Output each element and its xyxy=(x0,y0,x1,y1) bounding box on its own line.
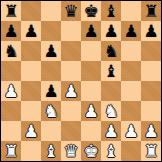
white-bishop-icon[interactable]: ♝ xyxy=(43,143,58,160)
square-b2[interactable]: ♟ xyxy=(21,121,41,141)
square-f6[interactable]: ♞ xyxy=(101,41,121,61)
square-f2[interactable]: ♟ xyxy=(101,121,121,141)
square-b5[interactable] xyxy=(21,61,41,81)
black-knight-icon[interactable]: ♞ xyxy=(103,43,118,60)
white-pawn-icon[interactable]: ♟ xyxy=(83,103,98,120)
square-h4[interactable] xyxy=(141,81,161,101)
square-d3[interactable] xyxy=(61,101,81,121)
square-e8[interactable]: ♚ xyxy=(81,1,101,21)
square-c6[interactable]: ♟ xyxy=(41,41,61,61)
black-pawn-icon[interactable]: ♟ xyxy=(123,23,138,40)
black-queen-icon[interactable]: ♛ xyxy=(63,3,78,20)
square-a4[interactable]: ♟ xyxy=(1,81,21,101)
black-pawn-icon[interactable]: ♟ xyxy=(43,83,58,100)
square-c3[interactable]: ♞ xyxy=(41,101,61,121)
white-king-icon[interactable]: ♚ xyxy=(83,143,98,160)
square-g4[interactable] xyxy=(121,81,141,101)
square-h7[interactable]: ♟ xyxy=(141,21,161,41)
square-a3[interactable] xyxy=(1,101,21,121)
square-g7[interactable]: ♟ xyxy=(121,21,141,41)
square-f4[interactable] xyxy=(101,81,121,101)
square-h3[interactable] xyxy=(141,101,161,121)
square-g6[interactable] xyxy=(121,41,141,61)
square-d5[interactable] xyxy=(61,61,81,81)
square-g3[interactable] xyxy=(121,101,141,121)
square-f1[interactable]: ♝ xyxy=(101,141,121,161)
square-f8[interactable]: ♝ xyxy=(101,1,121,21)
black-bishop-icon[interactable]: ♝ xyxy=(103,3,118,20)
square-h6[interactable] xyxy=(141,41,161,61)
black-rook-icon[interactable]: ♜ xyxy=(143,3,158,20)
black-pawn-icon[interactable]: ♟ xyxy=(43,43,58,60)
square-f5[interactable]: ♝ xyxy=(101,61,121,81)
square-d7[interactable] xyxy=(61,21,81,41)
square-b6[interactable] xyxy=(21,41,41,61)
square-a7[interactable]: ♟ xyxy=(1,21,21,41)
black-king-icon[interactable]: ♚ xyxy=(83,3,98,20)
white-pawn-icon[interactable]: ♟ xyxy=(3,83,18,100)
white-pawn-icon[interactable]: ♟ xyxy=(23,123,38,140)
square-e6[interactable] xyxy=(81,41,101,61)
white-queen-icon[interactable]: ♛ xyxy=(63,143,78,160)
black-pawn-icon[interactable]: ♟ xyxy=(3,23,18,40)
black-pawn-icon[interactable]: ♟ xyxy=(143,23,158,40)
square-d2[interactable] xyxy=(61,121,81,141)
square-d4[interactable]: ♟ xyxy=(61,81,81,101)
black-knight-icon[interactable]: ♞ xyxy=(3,43,18,60)
black-pawn-icon[interactable]: ♟ xyxy=(23,23,38,40)
square-e7[interactable]: ♟ xyxy=(81,21,101,41)
square-g2[interactable]: ♟ xyxy=(121,121,141,141)
black-bishop-icon[interactable]: ♝ xyxy=(103,63,118,80)
black-rook-icon[interactable]: ♜ xyxy=(3,3,18,20)
square-b1[interactable] xyxy=(21,141,41,161)
white-knight-icon[interactable]: ♞ xyxy=(103,103,118,120)
chess-board-frame: ♜♛♚♝♜♟♟♟♟♟♟♞♟♞♝♟♟♟♞♟♞♟♟♟♟♜♝♛♚♝♜ xyxy=(0,0,162,162)
square-d6[interactable] xyxy=(61,41,81,61)
square-e4[interactable] xyxy=(81,81,101,101)
square-c8[interactable] xyxy=(41,1,61,21)
white-pawn-icon[interactable]: ♟ xyxy=(103,123,118,140)
square-e2[interactable] xyxy=(81,121,101,141)
square-g8[interactable] xyxy=(121,1,141,21)
square-c1[interactable]: ♝ xyxy=(41,141,61,161)
white-pawn-icon[interactable]: ♟ xyxy=(63,83,78,100)
square-c5[interactable] xyxy=(41,61,61,81)
square-h5[interactable] xyxy=(141,61,161,81)
square-a2[interactable] xyxy=(1,121,21,141)
square-e5[interactable] xyxy=(81,61,101,81)
square-b8[interactable] xyxy=(21,1,41,21)
white-knight-icon[interactable]: ♞ xyxy=(43,103,58,120)
square-c7[interactable] xyxy=(41,21,61,41)
square-c4[interactable]: ♟ xyxy=(41,81,61,101)
square-e3[interactable]: ♟ xyxy=(81,101,101,121)
square-g1[interactable] xyxy=(121,141,141,161)
square-a6[interactable]: ♞ xyxy=(1,41,21,61)
square-g5[interactable] xyxy=(121,61,141,81)
square-c2[interactable] xyxy=(41,121,61,141)
square-d8[interactable]: ♛ xyxy=(61,1,81,21)
square-a1[interactable]: ♜ xyxy=(1,141,21,161)
square-a5[interactable] xyxy=(1,61,21,81)
square-h8[interactable]: ♜ xyxy=(141,1,161,21)
chess-board: ♜♛♚♝♜♟♟♟♟♟♟♞♟♞♝♟♟♟♞♟♞♟♟♟♟♜♝♛♚♝♜ xyxy=(1,1,161,161)
square-d1[interactable]: ♛ xyxy=(61,141,81,161)
white-bishop-icon[interactable]: ♝ xyxy=(103,143,118,160)
square-a8[interactable]: ♜ xyxy=(1,1,21,21)
square-b4[interactable] xyxy=(21,81,41,101)
square-e1[interactable]: ♚ xyxy=(81,141,101,161)
square-h1[interactable]: ♜ xyxy=(141,141,161,161)
square-f3[interactable]: ♞ xyxy=(101,101,121,121)
square-f7[interactable]: ♟ xyxy=(101,21,121,41)
white-rook-icon[interactable]: ♜ xyxy=(3,143,18,160)
white-pawn-icon[interactable]: ♟ xyxy=(123,123,138,140)
square-h2[interactable]: ♟ xyxy=(141,121,161,141)
black-pawn-icon[interactable]: ♟ xyxy=(103,23,118,40)
square-b3[interactable] xyxy=(21,101,41,121)
black-pawn-icon[interactable]: ♟ xyxy=(83,23,98,40)
white-rook-icon[interactable]: ♜ xyxy=(143,143,158,160)
white-pawn-icon[interactable]: ♟ xyxy=(143,123,158,140)
square-b7[interactable]: ♟ xyxy=(21,21,41,41)
